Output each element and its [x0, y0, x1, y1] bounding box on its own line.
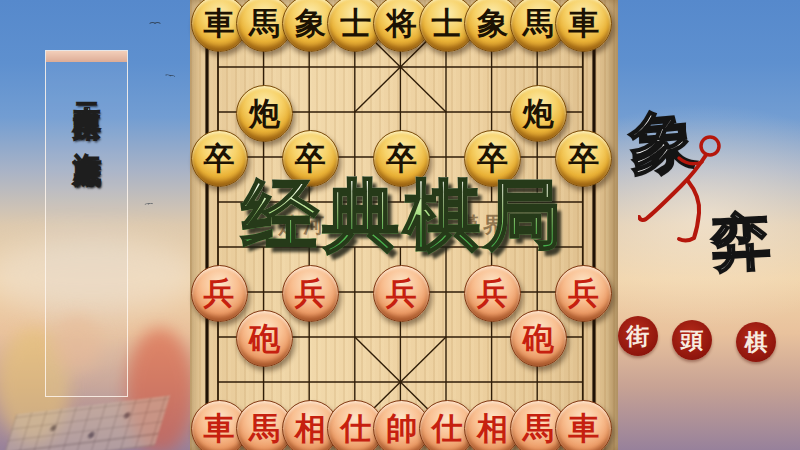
- seal-jie: 街: [618, 316, 658, 356]
- piece-red-cannon[interactable]: 砲: [236, 310, 293, 367]
- banner-title-text: 云中棋路·海底藏月: [68, 82, 106, 142]
- piece-black-soldier[interactable]: 卒: [464, 130, 521, 187]
- board-grid: [190, 0, 618, 450]
- seal-tou: 頭: [672, 320, 712, 360]
- piece-red-soldier[interactable]: 兵: [282, 265, 339, 322]
- banner-bottom-bar: [46, 388, 127, 396]
- seal-qi: 棋: [736, 322, 776, 362]
- piece-red-soldier[interactable]: 兵: [373, 265, 430, 322]
- piece-black-soldier[interactable]: 卒: [282, 130, 339, 187]
- piece-red-cannon[interactable]: 砲: [510, 310, 567, 367]
- scene: 云中棋路·海底藏月 楚河 漢界 車馬象士将士象馬車炮炮卒卒卒卒卒兵兵兵兵兵砲砲車…: [0, 0, 800, 450]
- banner-top-bar: [46, 51, 127, 62]
- river-label-left: 楚河: [278, 211, 328, 239]
- piece-black-soldier[interactable]: 卒: [373, 130, 430, 187]
- left-banner: 云中棋路·海底藏月: [45, 50, 128, 397]
- piece-black-cannon[interactable]: 炮: [510, 85, 567, 142]
- river-label-right: 漢界: [458, 211, 508, 239]
- piece-red-soldier[interactable]: 兵: [555, 265, 612, 322]
- piece-black-soldier[interactable]: 卒: [555, 130, 612, 187]
- piece-black-cannon[interactable]: 炮: [236, 85, 293, 142]
- bird-icon: [164, 74, 176, 81]
- piece-red-soldier[interactable]: 兵: [464, 265, 521, 322]
- piece-red-soldier[interactable]: 兵: [191, 265, 248, 322]
- piece-black-soldier[interactable]: 卒: [191, 130, 248, 187]
- xiangqi-board[interactable]: 楚河 漢界 車馬象士将士象馬車炮炮卒卒卒卒卒兵兵兵兵兵砲砲車馬相仕帥仕相馬車: [190, 0, 618, 450]
- bird-icon: [144, 203, 154, 209]
- calligraphy-yi: 弈: [710, 203, 772, 284]
- bird-icon: [148, 22, 161, 29]
